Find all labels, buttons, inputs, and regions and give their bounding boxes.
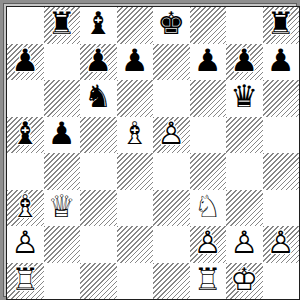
square-b7[interactable]	[44, 44, 81, 81]
square-g8[interactable]	[226, 7, 263, 44]
square-a7[interactable]: ♟♟	[7, 44, 44, 81]
square-g2[interactable]: ♟♙	[226, 226, 263, 263]
piece-glyph: ♟	[226, 45, 263, 76]
square-a8[interactable]	[7, 7, 44, 44]
square-c2[interactable]	[80, 226, 117, 263]
square-d5[interactable]: ♝♗	[117, 117, 154, 154]
piece-glyph: ♘	[190, 191, 227, 222]
square-f3[interactable]: ♞♘	[190, 190, 227, 227]
square-d7[interactable]: ♟♟	[117, 44, 154, 81]
square-e4[interactable]	[153, 153, 190, 190]
square-h2[interactable]: ♟♙	[263, 226, 300, 263]
piece-glyph: ♝	[7, 118, 44, 149]
square-a2[interactable]: ♟♙	[7, 226, 44, 263]
square-h7[interactable]: ♟♟	[263, 44, 300, 81]
square-h4[interactable]	[263, 153, 300, 190]
square-e2[interactable]	[153, 226, 190, 263]
square-b5[interactable]: ♟♟	[44, 117, 81, 154]
piece-white-pawn: ♟♙	[153, 117, 190, 154]
square-d2[interactable]	[117, 226, 154, 263]
piece-white-knight: ♞♘	[190, 190, 227, 227]
square-a5[interactable]: ♝♝	[7, 117, 44, 154]
piece-glyph: ♖	[7, 264, 44, 295]
square-f7[interactable]: ♟♟	[190, 44, 227, 81]
piece-black-bishop: ♝♝	[7, 117, 44, 154]
square-c5[interactable]	[80, 117, 117, 154]
piece-white-queen: ♛♕	[44, 190, 81, 227]
piece-white-pawn: ♟♙	[190, 226, 227, 263]
square-f4[interactable]	[190, 153, 227, 190]
square-a6[interactable]	[7, 80, 44, 117]
piece-black-rook: ♜♜	[44, 7, 81, 44]
square-e3[interactable]	[153, 190, 190, 227]
piece-black-pawn: ♟♟	[44, 117, 81, 154]
square-f1[interactable]: ♜♖	[190, 263, 227, 300]
piece-glyph: ♙	[263, 228, 300, 259]
piece-white-king: ♚♔	[226, 263, 263, 300]
piece-glyph: ♙	[7, 228, 44, 259]
square-f5[interactable]	[190, 117, 227, 154]
square-d1[interactable]	[117, 263, 154, 300]
square-f2[interactable]: ♟♙	[190, 226, 227, 263]
square-b1[interactable]	[44, 263, 81, 300]
piece-black-rook: ♜♜	[263, 7, 300, 44]
piece-white-rook: ♜♖	[190, 263, 227, 300]
piece-glyph: ♙	[153, 118, 190, 149]
square-b4[interactable]	[44, 153, 81, 190]
square-g6[interactable]: ♛♛	[226, 80, 263, 117]
piece-glyph: ♛	[226, 82, 263, 113]
piece-glyph: ♟	[7, 45, 44, 76]
piece-white-pawn: ♟♙	[263, 226, 300, 263]
piece-white-rook: ♜♖	[7, 263, 44, 300]
piece-glyph: ♙	[226, 228, 263, 259]
square-h8[interactable]: ♜♜	[263, 7, 300, 44]
square-d3[interactable]	[117, 190, 154, 227]
piece-glyph: ♗	[7, 191, 44, 222]
square-d4[interactable]	[117, 153, 154, 190]
square-g7[interactable]: ♟♟	[226, 44, 263, 81]
piece-black-pawn: ♟♟	[226, 44, 263, 81]
square-g1[interactable]: ♚♔	[226, 263, 263, 300]
square-h5[interactable]	[263, 117, 300, 154]
piece-black-pawn: ♟♟	[7, 44, 44, 81]
piece-glyph: ♟	[190, 45, 227, 76]
piece-glyph: ♖	[190, 264, 227, 295]
piece-black-pawn: ♟♟	[190, 44, 227, 81]
piece-glyph: ♔	[226, 264, 263, 295]
piece-glyph: ♚	[153, 9, 190, 40]
chess-board: ♜♜♝♝♚♚♜♜♟♟♟♟♟♟♟♟♟♟♟♟♞♞♛♛♝♝♟♟♝♗♟♙♝♗♛♕♞♘♟♙…	[7, 7, 299, 299]
piece-black-pawn: ♟♟	[263, 44, 300, 81]
square-b6[interactable]	[44, 80, 81, 117]
square-h1[interactable]	[263, 263, 300, 300]
square-e1[interactable]	[153, 263, 190, 300]
square-e6[interactable]	[153, 80, 190, 117]
square-b8[interactable]: ♜♜	[44, 7, 81, 44]
board-border: ♜♜♝♝♚♚♜♜♟♟♟♟♟♟♟♟♟♟♟♟♞♞♛♛♝♝♟♟♝♗♟♙♝♗♛♕♞♘♟♙…	[6, 6, 300, 300]
square-d8[interactable]	[117, 7, 154, 44]
piece-glyph: ♟	[117, 45, 154, 76]
board-frame: ♜♜♝♝♚♚♜♜♟♟♟♟♟♟♟♟♟♟♟♟♞♞♛♛♝♝♟♟♝♗♟♙♝♗♛♕♞♘♟♙…	[0, 0, 300, 300]
piece-black-knight: ♞♞	[80, 80, 117, 117]
piece-black-queen: ♛♛	[226, 80, 263, 117]
square-d6[interactable]	[117, 80, 154, 117]
piece-glyph: ♙	[190, 228, 227, 259]
square-e5[interactable]: ♟♙	[153, 117, 190, 154]
piece-glyph: ♕	[44, 191, 81, 222]
square-g5[interactable]	[226, 117, 263, 154]
piece-glyph: ♟	[263, 45, 300, 76]
square-c7[interactable]: ♟♟	[80, 44, 117, 81]
piece-white-pawn: ♟♙	[7, 226, 44, 263]
piece-glyph: ♗	[117, 118, 154, 149]
square-b3[interactable]: ♛♕	[44, 190, 81, 227]
square-b2[interactable]	[44, 226, 81, 263]
square-a3[interactable]: ♝♗	[7, 190, 44, 227]
piece-black-bishop: ♝♝	[80, 7, 117, 44]
square-e8[interactable]: ♚♚	[153, 7, 190, 44]
piece-white-bishop: ♝♗	[117, 117, 154, 154]
square-f8[interactable]	[190, 7, 227, 44]
piece-black-king: ♚♚	[153, 7, 190, 44]
square-f6[interactable]	[190, 80, 227, 117]
piece-glyph: ♟	[44, 118, 81, 149]
square-h6[interactable]	[263, 80, 300, 117]
piece-glyph: ♝	[80, 9, 117, 40]
piece-white-pawn: ♟♙	[226, 226, 263, 263]
square-a1[interactable]: ♜♖	[7, 263, 44, 300]
square-c6[interactable]: ♞♞	[80, 80, 117, 117]
piece-glyph: ♜	[263, 9, 300, 40]
piece-glyph: ♟	[80, 45, 117, 76]
square-c4[interactable]	[80, 153, 117, 190]
square-e7[interactable]	[153, 44, 190, 81]
square-a4[interactable]	[7, 153, 44, 190]
square-c3[interactable]	[80, 190, 117, 227]
piece-white-bishop: ♝♗	[7, 190, 44, 227]
piece-glyph: ♞	[80, 82, 117, 113]
piece-black-pawn: ♟♟	[117, 44, 154, 81]
square-g4[interactable]	[226, 153, 263, 190]
square-g3[interactable]	[226, 190, 263, 227]
square-h3[interactable]	[263, 190, 300, 227]
square-c1[interactable]	[80, 263, 117, 300]
piece-glyph: ♜	[44, 9, 81, 40]
square-c8[interactable]: ♝♝	[80, 7, 117, 44]
piece-black-pawn: ♟♟	[80, 44, 117, 81]
